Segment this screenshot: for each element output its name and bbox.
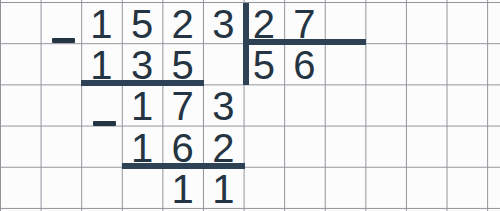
digit-cell: 6: [284, 43, 325, 84]
minus-sign-step-2: [93, 121, 116, 126]
digit-cell: 5: [122, 2, 163, 43]
digit-cell: 5: [244, 43, 285, 84]
minus-sign-step-1: [52, 38, 75, 43]
digit-cell: 6: [162, 126, 203, 167]
digit-cell: 3: [203, 2, 244, 43]
division-bracket-horizontal-line: [244, 39, 367, 45]
digit-cell: 1: [81, 43, 122, 84]
digit-cell: 5: [162, 43, 203, 84]
digit-cell: 3: [122, 43, 163, 84]
digit-cell: 7: [284, 2, 325, 43]
digit-cell: 2: [244, 2, 285, 43]
digit-cell: 1: [122, 126, 163, 167]
subtraction-underline-1: [81, 80, 204, 86]
digit-cell: 1: [203, 167, 244, 208]
notebook-grid: 1523271355617316211: [0, 0, 500, 211]
digit-cell: 1: [81, 2, 122, 43]
digit-cell: 3: [203, 84, 244, 125]
digit-cell: 2: [203, 126, 244, 167]
digit-cell: 1: [162, 167, 203, 208]
digit-cell: 1: [122, 84, 163, 125]
subtraction-underline-2: [122, 163, 245, 169]
digit-cell: 2: [162, 2, 203, 43]
digit-cell: 7: [162, 84, 203, 125]
